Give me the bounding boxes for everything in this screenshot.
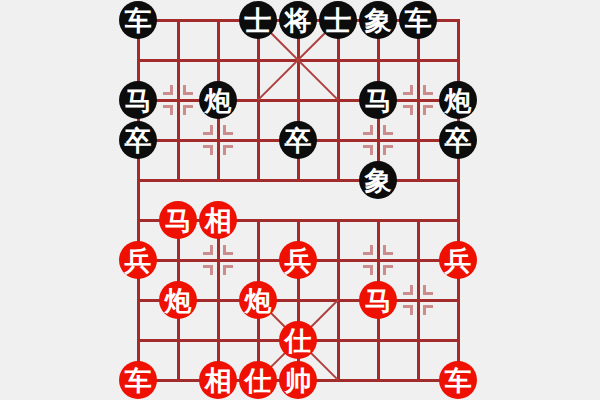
point-marker — [363, 245, 393, 275]
piece-red-advisor[interactable]: 仕 — [279, 321, 317, 359]
point-marker — [403, 85, 433, 115]
point-marker-corner — [183, 85, 193, 95]
point-marker — [403, 285, 433, 315]
piece-red-pawn[interactable]: 兵 — [279, 241, 317, 279]
point-marker-corner — [223, 245, 233, 255]
piece-red-elephant[interactable]: 相 — [199, 201, 237, 239]
piece-red-horse[interactable]: 马 — [159, 201, 197, 239]
grid-line — [217, 219, 220, 382]
point-marker-corner — [203, 245, 213, 255]
piece-red-elephant[interactable]: 相 — [199, 361, 237, 399]
xiangqi-board[interactable]: 车士将士象车马炮马炮卒卒卒象马相兵兵兵炮炮马仕车相仕帅车 — [0, 0, 600, 400]
point-marker — [363, 125, 393, 155]
point-marker-corner — [203, 145, 213, 155]
piece-black-general[interactable]: 将 — [279, 1, 317, 39]
point-marker-corner — [163, 85, 173, 95]
piece-black-elephant[interactable]: 象 — [359, 1, 397, 39]
point-marker-corner — [163, 105, 173, 115]
point-marker-corner — [383, 265, 393, 275]
xiangqi-app: 车士将士象车马炮马炮卒卒卒象马相兵兵兵炮炮马仕车相仕帅车 — [0, 0, 600, 400]
piece-red-horse[interactable]: 马 — [359, 281, 397, 319]
piece-red-cannon[interactable]: 炮 — [239, 281, 277, 319]
grid-line — [457, 19, 460, 382]
point-marker-corner — [363, 265, 373, 275]
point-marker-corner — [423, 305, 433, 315]
piece-black-pawn[interactable]: 卒 — [439, 121, 477, 159]
piece-black-chariot[interactable]: 车 — [399, 1, 437, 39]
point-marker — [203, 125, 233, 155]
point-marker-corner — [203, 265, 213, 275]
piece-red-chariot[interactable]: 车 — [119, 361, 157, 399]
piece-black-pawn[interactable]: 卒 — [279, 121, 317, 159]
piece-black-horse[interactable]: 马 — [119, 81, 157, 119]
piece-red-cannon[interactable]: 炮 — [159, 281, 197, 319]
point-marker-corner — [383, 245, 393, 255]
piece-red-pawn[interactable]: 兵 — [439, 241, 477, 279]
point-marker-corner — [203, 125, 213, 135]
point-marker-corner — [223, 265, 233, 275]
piece-red-chariot[interactable]: 车 — [439, 361, 477, 399]
point-marker-corner — [383, 145, 393, 155]
point-marker-corner — [363, 125, 373, 135]
point-marker-corner — [363, 245, 373, 255]
piece-red-advisor[interactable]: 仕 — [239, 361, 277, 399]
piece-black-advisor[interactable]: 士 — [239, 1, 277, 39]
point-marker — [163, 85, 193, 115]
point-marker-corner — [403, 285, 413, 295]
point-marker — [203, 245, 233, 275]
piece-black-chariot[interactable]: 车 — [119, 1, 157, 39]
piece-black-pawn[interactable]: 卒 — [119, 121, 157, 159]
point-marker-corner — [183, 105, 193, 115]
point-marker-corner — [423, 85, 433, 95]
piece-black-cannon[interactable]: 炮 — [439, 81, 477, 119]
point-marker-corner — [223, 125, 233, 135]
point-marker-corner — [403, 305, 413, 315]
point-marker-corner — [223, 145, 233, 155]
grid-line — [137, 19, 140, 382]
piece-black-elephant[interactable]: 象 — [359, 161, 397, 199]
point-marker-corner — [423, 105, 433, 115]
point-marker-corner — [403, 85, 413, 95]
piece-black-horse[interactable]: 马 — [359, 81, 397, 119]
point-marker-corner — [423, 285, 433, 295]
point-marker-corner — [363, 145, 373, 155]
piece-red-general[interactable]: 帅 — [279, 361, 317, 399]
piece-black-cannon[interactable]: 炮 — [199, 81, 237, 119]
point-marker-corner — [403, 105, 413, 115]
point-marker-corner — [383, 125, 393, 135]
piece-black-advisor[interactable]: 士 — [319, 1, 357, 39]
piece-red-pawn[interactable]: 兵 — [119, 241, 157, 279]
